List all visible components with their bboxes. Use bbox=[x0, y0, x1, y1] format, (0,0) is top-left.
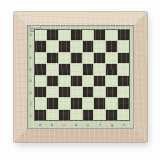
file-labels: abcdefgh bbox=[34, 121, 130, 129]
square-g8[interactable] bbox=[106, 30, 117, 40]
square-a7[interactable] bbox=[35, 41, 46, 51]
square-b7[interactable] bbox=[47, 41, 58, 51]
square-b6[interactable] bbox=[47, 53, 58, 63]
square-a8[interactable] bbox=[35, 30, 46, 40]
square-b8[interactable] bbox=[47, 30, 58, 40]
square-a1[interactable] bbox=[35, 110, 46, 120]
square-f2[interactable] bbox=[94, 98, 105, 108]
square-c4[interactable] bbox=[59, 76, 70, 86]
square-f8[interactable] bbox=[94, 30, 105, 40]
square-d7[interactable] bbox=[71, 41, 82, 51]
square-d4[interactable] bbox=[71, 76, 82, 86]
square-e5[interactable] bbox=[83, 64, 94, 74]
rank-label-5: 5 bbox=[29, 66, 33, 72]
square-g6[interactable] bbox=[106, 53, 117, 63]
square-a4[interactable] bbox=[35, 76, 46, 86]
square-b3[interactable] bbox=[47, 87, 58, 97]
square-c1[interactable] bbox=[59, 110, 70, 120]
square-f3[interactable] bbox=[94, 87, 105, 97]
square-d8[interactable] bbox=[71, 30, 82, 40]
file-label-b: b bbox=[49, 123, 56, 127]
square-e7[interactable] bbox=[83, 41, 94, 51]
chess-board-wooden-frame: 87654321 abcdefgh bbox=[14, 12, 147, 142]
square-f4[interactable] bbox=[94, 76, 105, 86]
file-label-d: d bbox=[73, 123, 80, 127]
square-g3[interactable] bbox=[106, 87, 117, 97]
square-d2[interactable] bbox=[71, 98, 82, 108]
square-g4[interactable] bbox=[106, 76, 117, 86]
square-h1[interactable] bbox=[118, 110, 129, 120]
square-f1[interactable] bbox=[94, 110, 105, 120]
square-e1[interactable] bbox=[83, 110, 94, 120]
square-b2[interactable] bbox=[47, 98, 58, 108]
photo-background: { "game": "chess", "position": "8/8/8/8/… bbox=[0, 0, 160, 160]
rank-label-3: 3 bbox=[29, 89, 33, 95]
square-d1[interactable] bbox=[71, 110, 82, 120]
square-f6[interactable] bbox=[94, 53, 105, 63]
rank-label-2: 2 bbox=[29, 101, 33, 107]
file-label-f: f bbox=[97, 123, 104, 127]
square-e8[interactable] bbox=[83, 30, 94, 40]
square-d3[interactable] bbox=[71, 87, 82, 97]
file-label-g: g bbox=[109, 123, 116, 127]
square-h2[interactable] bbox=[118, 98, 129, 108]
chess-board-sheet: 87654321 abcdefgh bbox=[27, 25, 134, 129]
file-label-h: h bbox=[121, 123, 128, 127]
rank-label-4: 4 bbox=[29, 78, 33, 84]
square-f5[interactable] bbox=[94, 64, 105, 74]
board-grid bbox=[34, 29, 130, 121]
square-g2[interactable] bbox=[106, 98, 117, 108]
file-label-e: e bbox=[85, 123, 92, 127]
square-h3[interactable] bbox=[118, 87, 129, 97]
square-h8[interactable] bbox=[118, 30, 129, 40]
square-e4[interactable] bbox=[83, 76, 94, 86]
square-c3[interactable] bbox=[59, 87, 70, 97]
square-g1[interactable] bbox=[106, 110, 117, 120]
square-a5[interactable] bbox=[35, 64, 46, 74]
file-label-a: a bbox=[37, 123, 44, 127]
square-h6[interactable] bbox=[118, 53, 129, 63]
square-g7[interactable] bbox=[106, 41, 117, 51]
square-d5[interactable] bbox=[71, 64, 82, 74]
rank-label-1: 1 bbox=[29, 112, 33, 118]
square-e3[interactable] bbox=[83, 87, 94, 97]
rank-label-8: 8 bbox=[29, 32, 33, 38]
square-b5[interactable] bbox=[47, 64, 58, 74]
square-a6[interactable] bbox=[35, 53, 46, 63]
square-c6[interactable] bbox=[59, 53, 70, 63]
square-h7[interactable] bbox=[118, 41, 129, 51]
square-a3[interactable] bbox=[35, 87, 46, 97]
rank-label-7: 7 bbox=[29, 43, 33, 49]
square-f7[interactable] bbox=[94, 41, 105, 51]
rank-label-6: 6 bbox=[29, 55, 33, 61]
square-g5[interactable] bbox=[106, 64, 117, 74]
square-c5[interactable] bbox=[59, 64, 70, 74]
rank-labels: 87654321 bbox=[27, 29, 34, 121]
square-a2[interactable] bbox=[35, 98, 46, 108]
square-e2[interactable] bbox=[83, 98, 94, 108]
square-c8[interactable] bbox=[59, 30, 70, 40]
square-b1[interactable] bbox=[47, 110, 58, 120]
square-e6[interactable] bbox=[83, 53, 94, 63]
square-d6[interactable] bbox=[71, 53, 82, 63]
file-label-c: c bbox=[61, 123, 68, 127]
square-c2[interactable] bbox=[59, 98, 70, 108]
square-h4[interactable] bbox=[118, 76, 129, 86]
square-b4[interactable] bbox=[47, 76, 58, 86]
square-c7[interactable] bbox=[59, 41, 70, 51]
square-h5[interactable] bbox=[118, 64, 129, 74]
